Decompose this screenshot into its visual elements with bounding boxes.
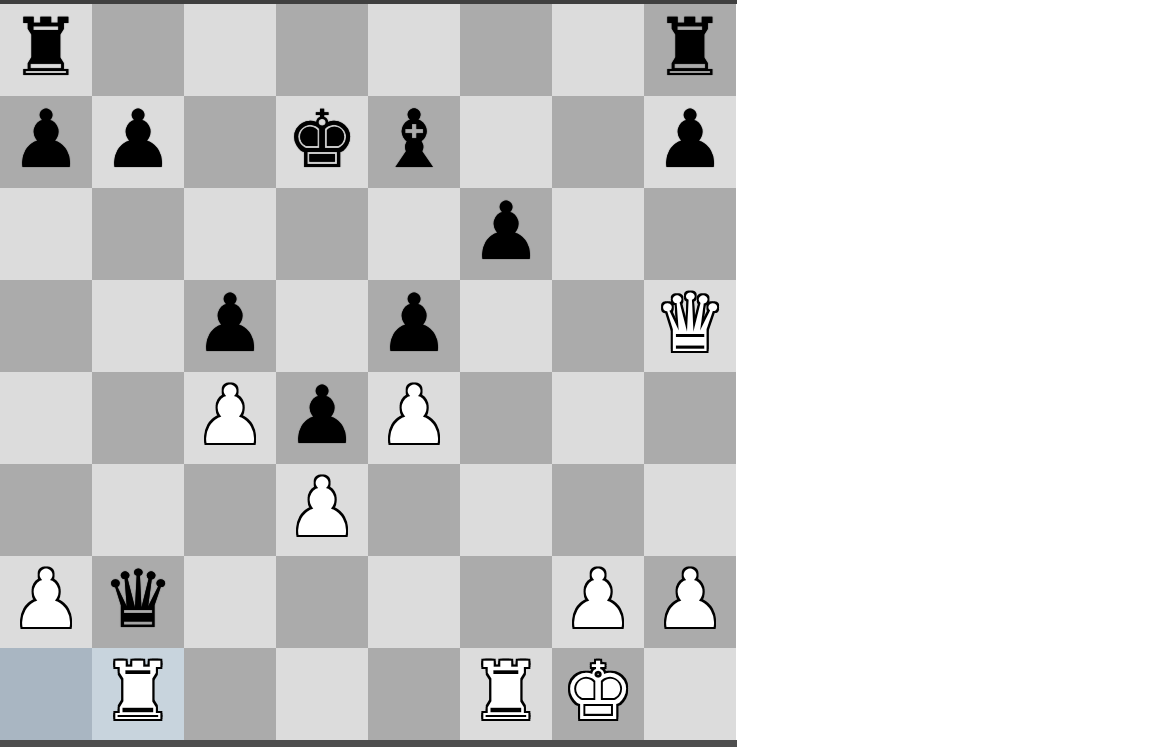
black-bishop[interactable]: ♝ xyxy=(378,96,450,186)
chess-board: ♜♜♟♟♚♝♟♟♟♟♛♟♟♟♟♟♛♟♟♜♜♚ xyxy=(0,0,737,747)
square-f3[interactable] xyxy=(460,464,552,556)
black-pawn[interactable]: ♟ xyxy=(102,96,174,186)
square-a2[interactable]: ♟ xyxy=(0,556,92,648)
square-e6[interactable] xyxy=(368,188,460,280)
black-pawn[interactable]: ♟ xyxy=(654,96,726,186)
square-d8[interactable] xyxy=(276,4,368,96)
square-b8[interactable] xyxy=(92,4,184,96)
square-g5[interactable] xyxy=(552,280,644,372)
square-e7[interactable]: ♝ xyxy=(368,96,460,188)
square-c5[interactable]: ♟ xyxy=(184,280,276,372)
square-d4[interactable]: ♟ xyxy=(276,372,368,464)
square-a1[interactable] xyxy=(0,648,92,740)
square-g8[interactable] xyxy=(552,4,644,96)
square-c6[interactable] xyxy=(184,188,276,280)
square-d7[interactable]: ♚ xyxy=(276,96,368,188)
black-pawn[interactable]: ♟ xyxy=(470,188,542,278)
square-g4[interactable] xyxy=(552,372,644,464)
square-e2[interactable] xyxy=(368,556,460,648)
white-pawn[interactable]: ♟ xyxy=(654,556,726,646)
chess-board-grid: ♜♜♟♟♚♝♟♟♟♟♛♟♟♟♟♟♛♟♟♜♜♚ xyxy=(0,4,736,740)
square-d6[interactable] xyxy=(276,188,368,280)
square-e5[interactable]: ♟ xyxy=(368,280,460,372)
square-f8[interactable] xyxy=(460,4,552,96)
square-b2[interactable]: ♛ xyxy=(92,556,184,648)
square-b5[interactable] xyxy=(92,280,184,372)
square-f4[interactable] xyxy=(460,372,552,464)
white-rook[interactable]: ♜ xyxy=(102,648,174,738)
black-pawn[interactable]: ♟ xyxy=(10,96,82,186)
square-f7[interactable] xyxy=(460,96,552,188)
square-b3[interactable] xyxy=(92,464,184,556)
square-d2[interactable] xyxy=(276,556,368,648)
white-pawn[interactable]: ♟ xyxy=(10,556,82,646)
square-c7[interactable] xyxy=(184,96,276,188)
square-c1[interactable] xyxy=(184,648,276,740)
square-e3[interactable] xyxy=(368,464,460,556)
white-queen[interactable]: ♛ xyxy=(654,280,726,370)
black-pawn[interactable]: ♟ xyxy=(194,280,266,370)
square-h6[interactable] xyxy=(644,188,736,280)
black-rook[interactable]: ♜ xyxy=(10,4,82,94)
white-pawn[interactable]: ♟ xyxy=(286,464,358,554)
square-h5[interactable]: ♛ xyxy=(644,280,736,372)
black-rook[interactable]: ♜ xyxy=(654,4,726,94)
white-king[interactable]: ♚ xyxy=(562,648,634,738)
square-a6[interactable] xyxy=(0,188,92,280)
square-d3[interactable]: ♟ xyxy=(276,464,368,556)
square-a5[interactable] xyxy=(0,280,92,372)
black-pawn[interactable]: ♟ xyxy=(378,280,450,370)
square-d1[interactable] xyxy=(276,648,368,740)
square-f6[interactable]: ♟ xyxy=(460,188,552,280)
square-h3[interactable] xyxy=(644,464,736,556)
board-frame-bottom xyxy=(0,740,737,747)
square-b4[interactable] xyxy=(92,372,184,464)
square-c8[interactable] xyxy=(184,4,276,96)
square-f5[interactable] xyxy=(460,280,552,372)
square-h2[interactable]: ♟ xyxy=(644,556,736,648)
square-e4[interactable]: ♟ xyxy=(368,372,460,464)
white-rook[interactable]: ♜ xyxy=(470,648,542,738)
white-pawn[interactable]: ♟ xyxy=(562,556,634,646)
square-g2[interactable]: ♟ xyxy=(552,556,644,648)
square-c2[interactable] xyxy=(184,556,276,648)
square-c4[interactable]: ♟ xyxy=(184,372,276,464)
square-f2[interactable] xyxy=(460,556,552,648)
square-h1[interactable] xyxy=(644,648,736,740)
square-a3[interactable] xyxy=(0,464,92,556)
square-d5[interactable] xyxy=(276,280,368,372)
square-g6[interactable] xyxy=(552,188,644,280)
square-g1[interactable]: ♚ xyxy=(552,648,644,740)
square-b7[interactable]: ♟ xyxy=(92,96,184,188)
square-h4[interactable] xyxy=(644,372,736,464)
square-b6[interactable] xyxy=(92,188,184,280)
square-a8[interactable]: ♜ xyxy=(0,4,92,96)
square-e8[interactable] xyxy=(368,4,460,96)
black-queen[interactable]: ♛ xyxy=(102,556,174,646)
white-pawn[interactable]: ♟ xyxy=(378,372,450,462)
square-g7[interactable] xyxy=(552,96,644,188)
square-h8[interactable]: ♜ xyxy=(644,4,736,96)
black-pawn[interactable]: ♟ xyxy=(286,372,358,462)
square-c3[interactable] xyxy=(184,464,276,556)
square-e1[interactable] xyxy=(368,648,460,740)
square-a7[interactable]: ♟ xyxy=(0,96,92,188)
square-g3[interactable] xyxy=(552,464,644,556)
black-king[interactable]: ♚ xyxy=(286,96,358,186)
white-pawn[interactable]: ♟ xyxy=(194,372,266,462)
square-h7[interactable]: ♟ xyxy=(644,96,736,188)
square-b1[interactable]: ♜ xyxy=(92,648,184,740)
page: ♜♜♟♟♚♝♟♟♟♟♛♟♟♟♟♟♛♟♟♜♜♚ xyxy=(0,0,1152,747)
square-f1[interactable]: ♜ xyxy=(460,648,552,740)
square-a4[interactable] xyxy=(0,372,92,464)
